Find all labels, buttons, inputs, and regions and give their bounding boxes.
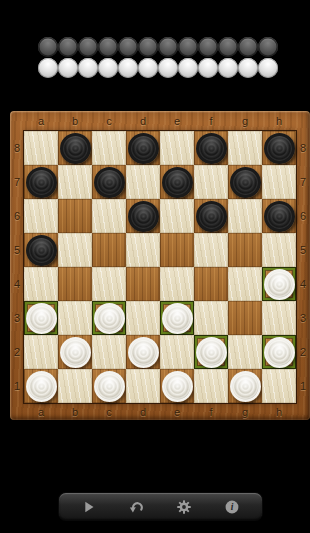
black-tray-piece xyxy=(158,37,178,57)
square-h7 xyxy=(262,165,296,199)
square-c8 xyxy=(92,131,126,165)
white-tray-piece xyxy=(118,58,138,78)
white-man-h4[interactable] xyxy=(264,269,295,300)
black-man-a7[interactable] xyxy=(26,167,57,198)
black-tray-piece xyxy=(98,37,118,57)
rank-label-3: 3 xyxy=(296,301,310,335)
black-tray-piece xyxy=(138,37,158,57)
square-h2[interactable] xyxy=(262,335,296,369)
square-a5[interactable] xyxy=(24,233,58,267)
square-b4[interactable] xyxy=(58,267,92,301)
square-b1 xyxy=(58,369,92,403)
rank-label-6: 6 xyxy=(10,199,24,233)
white-man-a1[interactable] xyxy=(26,371,57,402)
info-icon: i xyxy=(224,499,240,515)
square-c3[interactable] xyxy=(92,301,126,335)
square-h4[interactable] xyxy=(262,267,296,301)
square-g8 xyxy=(228,131,262,165)
square-d4[interactable] xyxy=(126,267,160,301)
square-h3 xyxy=(262,301,296,335)
black-tray-piece xyxy=(198,37,218,57)
file-labels-bottom: abcdefgh xyxy=(24,403,296,420)
play-icon xyxy=(81,499,97,515)
white-man-g1[interactable] xyxy=(230,371,261,402)
undo-icon xyxy=(129,499,145,515)
board-grid[interactable] xyxy=(24,131,296,403)
rank-label-2: 2 xyxy=(10,335,24,369)
white-tray-piece xyxy=(98,58,118,78)
white-tray-piece xyxy=(178,58,198,78)
black-man-g7[interactable] xyxy=(230,167,261,198)
file-label-d: d xyxy=(126,403,160,420)
white-man-b2[interactable] xyxy=(60,337,91,368)
file-label-f: f xyxy=(194,111,228,131)
info-button[interactable]: i xyxy=(222,497,242,517)
black-tray-piece xyxy=(178,37,198,57)
white-tray-piece xyxy=(238,58,258,78)
square-a7[interactable] xyxy=(24,165,58,199)
square-b3 xyxy=(58,301,92,335)
file-label-g: g xyxy=(228,403,262,420)
svg-text:i: i xyxy=(231,502,234,512)
black-man-h6[interactable] xyxy=(264,201,295,232)
white-man-d2[interactable] xyxy=(128,337,159,368)
square-h6[interactable] xyxy=(262,199,296,233)
black-man-a5[interactable] xyxy=(26,235,57,266)
square-a6 xyxy=(24,199,58,233)
square-g3[interactable] xyxy=(228,301,262,335)
square-b2[interactable] xyxy=(58,335,92,369)
square-h1 xyxy=(262,369,296,403)
square-e4 xyxy=(160,267,194,301)
square-f4[interactable] xyxy=(194,267,228,301)
rank-label-8: 8 xyxy=(10,131,24,165)
white-man-c1[interactable] xyxy=(94,371,125,402)
rank-label-4: 4 xyxy=(10,267,24,301)
file-label-c: c xyxy=(92,111,126,131)
rank-label-4: 4 xyxy=(296,267,310,301)
rank-label-5: 5 xyxy=(296,233,310,267)
square-h5 xyxy=(262,233,296,267)
rank-label-6: 6 xyxy=(296,199,310,233)
square-d3 xyxy=(126,301,160,335)
file-label-h: h xyxy=(262,403,296,420)
white-tray-piece xyxy=(218,58,238,78)
square-b8[interactable] xyxy=(58,131,92,165)
square-e8 xyxy=(160,131,194,165)
square-e3[interactable] xyxy=(160,301,194,335)
rank-label-3: 3 xyxy=(10,301,24,335)
square-e6 xyxy=(160,199,194,233)
settings-button[interactable] xyxy=(174,497,194,517)
square-f2[interactable] xyxy=(194,335,228,369)
file-label-a: a xyxy=(24,403,58,420)
black-tray-piece xyxy=(258,37,278,57)
black-tray-piece xyxy=(58,37,78,57)
white-man-h2[interactable] xyxy=(264,337,295,368)
checkers-app-screen: abcdefgh 87654321 87654321 abcdefgh xyxy=(10,0,310,533)
white-man-c3[interactable] xyxy=(94,303,125,334)
file-label-b: b xyxy=(58,111,92,131)
square-g6 xyxy=(228,199,262,233)
rank-labels-left: 87654321 xyxy=(10,131,24,403)
white-tray-piece xyxy=(138,58,158,78)
black-tray-piece xyxy=(238,37,258,57)
black-tray-piece xyxy=(78,37,98,57)
square-a3[interactable] xyxy=(24,301,58,335)
file-label-f: f xyxy=(194,403,228,420)
square-e7[interactable] xyxy=(160,165,194,199)
square-d6[interactable] xyxy=(126,199,160,233)
square-a8 xyxy=(24,131,58,165)
square-d5 xyxy=(126,233,160,267)
white-tray-piece xyxy=(198,58,218,78)
white-tray-piece xyxy=(58,58,78,78)
white-tray-piece xyxy=(38,58,58,78)
white-man-e3[interactable] xyxy=(162,303,193,334)
black-tray-piece xyxy=(218,37,238,57)
black-tray-piece xyxy=(38,37,58,57)
rank-label-2: 2 xyxy=(296,335,310,369)
square-c7[interactable] xyxy=(92,165,126,199)
square-a2 xyxy=(24,335,58,369)
rank-label-8: 8 xyxy=(296,131,310,165)
square-c1[interactable] xyxy=(92,369,126,403)
file-label-e: e xyxy=(160,403,194,420)
rank-label-7: 7 xyxy=(10,165,24,199)
square-c5[interactable] xyxy=(92,233,126,267)
square-f5 xyxy=(194,233,228,267)
white-pieces-tray-row xyxy=(38,58,278,79)
file-labels-top: abcdefgh xyxy=(24,111,296,131)
black-man-c7[interactable] xyxy=(94,167,125,198)
white-tray-piece xyxy=(158,58,178,78)
square-d1 xyxy=(126,369,160,403)
black-man-f6[interactable] xyxy=(196,201,227,232)
square-g2 xyxy=(228,335,262,369)
white-tray-piece xyxy=(258,58,278,78)
square-h8[interactable] xyxy=(262,131,296,165)
square-c2 xyxy=(92,335,126,369)
square-b6[interactable] xyxy=(58,199,92,233)
file-label-g: g xyxy=(228,111,262,131)
square-c6 xyxy=(92,199,126,233)
square-g5[interactable] xyxy=(228,233,262,267)
square-e5[interactable] xyxy=(160,233,194,267)
rank-label-1: 1 xyxy=(10,369,24,403)
white-man-e1[interactable] xyxy=(162,371,193,402)
black-man-h8[interactable] xyxy=(264,133,295,164)
rank-label-7: 7 xyxy=(296,165,310,199)
black-man-b8[interactable] xyxy=(60,133,91,164)
square-g1[interactable] xyxy=(228,369,262,403)
black-man-f8[interactable] xyxy=(196,133,227,164)
file-label-d: d xyxy=(126,111,160,131)
white-man-a3[interactable] xyxy=(26,303,57,334)
rank-label-5: 5 xyxy=(10,233,24,267)
file-label-a: a xyxy=(24,111,58,131)
black-man-d8[interactable] xyxy=(128,133,159,164)
black-man-d6[interactable] xyxy=(128,201,159,232)
gear-icon xyxy=(176,499,192,515)
white-tray-piece xyxy=(78,58,98,78)
checkers-board: abcdefgh 87654321 87654321 abcdefgh xyxy=(10,111,310,420)
file-label-b: b xyxy=(58,403,92,420)
square-e1[interactable] xyxy=(160,369,194,403)
square-a4 xyxy=(24,267,58,301)
toolbar: i xyxy=(59,493,262,520)
square-b5 xyxy=(58,233,92,267)
square-d7 xyxy=(126,165,160,199)
square-c4 xyxy=(92,267,126,301)
piece-tray xyxy=(38,37,278,79)
play-button[interactable] xyxy=(79,497,99,517)
square-f7 xyxy=(194,165,228,199)
square-g4 xyxy=(228,267,262,301)
white-man-f2[interactable] xyxy=(196,337,227,368)
undo-button[interactable] xyxy=(127,497,147,517)
black-tray-piece xyxy=(118,37,138,57)
square-a1[interactable] xyxy=(24,369,58,403)
square-f6[interactable] xyxy=(194,199,228,233)
black-pieces-tray-row xyxy=(38,37,278,58)
file-label-c: c xyxy=(92,403,126,420)
square-f8[interactable] xyxy=(194,131,228,165)
square-f3 xyxy=(194,301,228,335)
square-b7 xyxy=(58,165,92,199)
black-man-e7[interactable] xyxy=(162,167,193,198)
square-d2[interactable] xyxy=(126,335,160,369)
file-label-h: h xyxy=(262,111,296,131)
rank-labels-right: 87654321 xyxy=(296,131,310,403)
square-f1 xyxy=(194,369,228,403)
square-g7[interactable] xyxy=(228,165,262,199)
square-d8[interactable] xyxy=(126,131,160,165)
square-e2 xyxy=(160,335,194,369)
rank-label-1: 1 xyxy=(296,369,310,403)
file-label-e: e xyxy=(160,111,194,131)
